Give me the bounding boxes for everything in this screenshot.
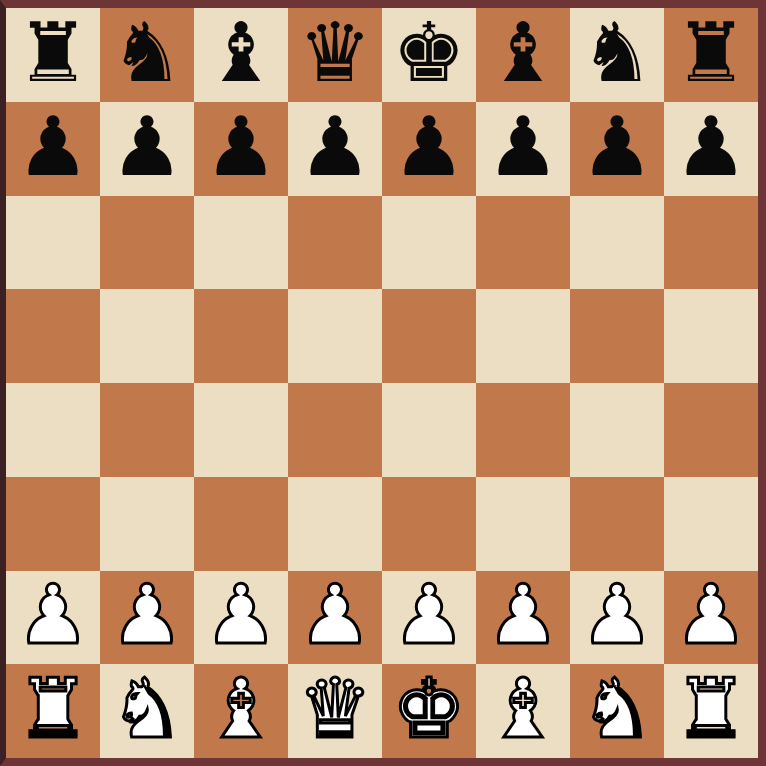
square-g6[interactable] xyxy=(570,196,664,290)
piece-black-rook[interactable]: ♜ xyxy=(674,12,748,94)
square-a1[interactable]: ♜ xyxy=(6,664,100,758)
square-f7[interactable]: ♟ xyxy=(476,102,570,196)
chess-board: ♜♞♝♛♚♝♞♜♟♟♟♟♟♟♟♟♟♟♟♟♟♟♟♟♜♞♝♛♚♝♞♜ xyxy=(6,8,758,758)
square-f6[interactable] xyxy=(476,196,570,290)
square-d2[interactable]: ♟ xyxy=(288,571,382,665)
square-a4[interactable] xyxy=(6,383,100,477)
square-e5[interactable] xyxy=(382,289,476,383)
square-f8[interactable]: ♝ xyxy=(476,8,570,102)
square-b5[interactable] xyxy=(100,289,194,383)
square-g7[interactable]: ♟ xyxy=(570,102,664,196)
square-h7[interactable]: ♟ xyxy=(664,102,758,196)
square-d1[interactable]: ♛ xyxy=(288,664,382,758)
square-f2[interactable]: ♟ xyxy=(476,571,570,665)
square-b1[interactable]: ♞ xyxy=(100,664,194,758)
piece-white-pawn[interactable]: ♟ xyxy=(16,574,90,656)
piece-white-bishop[interactable]: ♝ xyxy=(486,668,560,750)
square-f5[interactable] xyxy=(476,289,570,383)
square-c1[interactable]: ♝ xyxy=(194,664,288,758)
square-d4[interactable] xyxy=(288,383,382,477)
piece-black-pawn[interactable]: ♟ xyxy=(110,106,184,188)
square-e4[interactable] xyxy=(382,383,476,477)
piece-white-rook[interactable]: ♜ xyxy=(674,668,748,750)
square-f3[interactable] xyxy=(476,477,570,571)
square-c6[interactable] xyxy=(194,196,288,290)
square-a5[interactable] xyxy=(6,289,100,383)
piece-black-pawn[interactable]: ♟ xyxy=(580,106,654,188)
square-e2[interactable]: ♟ xyxy=(382,571,476,665)
piece-black-pawn[interactable]: ♟ xyxy=(204,106,278,188)
square-a7[interactable]: ♟ xyxy=(6,102,100,196)
square-b4[interactable] xyxy=(100,383,194,477)
square-b6[interactable] xyxy=(100,196,194,290)
square-e8[interactable]: ♚ xyxy=(382,8,476,102)
square-d5[interactable] xyxy=(288,289,382,383)
square-d6[interactable] xyxy=(288,196,382,290)
piece-black-queen[interactable]: ♛ xyxy=(298,12,372,94)
square-a8[interactable]: ♜ xyxy=(6,8,100,102)
square-d8[interactable]: ♛ xyxy=(288,8,382,102)
square-h4[interactable] xyxy=(664,383,758,477)
piece-white-knight[interactable]: ♞ xyxy=(110,668,184,750)
square-c5[interactable] xyxy=(194,289,288,383)
square-e3[interactable] xyxy=(382,477,476,571)
square-b7[interactable]: ♟ xyxy=(100,102,194,196)
piece-black-bishop[interactable]: ♝ xyxy=(204,12,278,94)
piece-white-pawn[interactable]: ♟ xyxy=(580,574,654,656)
square-d3[interactable] xyxy=(288,477,382,571)
square-h5[interactable] xyxy=(664,289,758,383)
piece-white-pawn[interactable]: ♟ xyxy=(204,574,278,656)
piece-black-knight[interactable]: ♞ xyxy=(580,12,654,94)
piece-white-rook[interactable]: ♜ xyxy=(16,668,90,750)
square-c4[interactable] xyxy=(194,383,288,477)
piece-white-pawn[interactable]: ♟ xyxy=(392,574,466,656)
square-f1[interactable]: ♝ xyxy=(476,664,570,758)
square-h2[interactable]: ♟ xyxy=(664,571,758,665)
square-g5[interactable] xyxy=(570,289,664,383)
piece-white-queen[interactable]: ♛ xyxy=(298,668,372,750)
piece-white-pawn[interactable]: ♟ xyxy=(674,574,748,656)
square-f4[interactable] xyxy=(476,383,570,477)
piece-white-pawn[interactable]: ♟ xyxy=(298,574,372,656)
piece-white-king[interactable]: ♚ xyxy=(392,668,466,750)
piece-white-bishop[interactable]: ♝ xyxy=(204,668,278,750)
square-e7[interactable]: ♟ xyxy=(382,102,476,196)
square-c2[interactable]: ♟ xyxy=(194,571,288,665)
square-h8[interactable]: ♜ xyxy=(664,8,758,102)
square-g4[interactable] xyxy=(570,383,664,477)
square-b2[interactable]: ♟ xyxy=(100,571,194,665)
square-g1[interactable]: ♞ xyxy=(570,664,664,758)
square-g3[interactable] xyxy=(570,477,664,571)
square-g2[interactable]: ♟ xyxy=(570,571,664,665)
piece-black-king[interactable]: ♚ xyxy=(392,12,466,94)
square-b8[interactable]: ♞ xyxy=(100,8,194,102)
square-h3[interactable] xyxy=(664,477,758,571)
square-c8[interactable]: ♝ xyxy=(194,8,288,102)
piece-black-pawn[interactable]: ♟ xyxy=(674,106,748,188)
piece-black-rook[interactable]: ♜ xyxy=(16,12,90,94)
square-a3[interactable] xyxy=(6,477,100,571)
piece-white-knight[interactable]: ♞ xyxy=(580,668,654,750)
piece-black-pawn[interactable]: ♟ xyxy=(486,106,560,188)
square-h6[interactable] xyxy=(664,196,758,290)
piece-black-pawn[interactable]: ♟ xyxy=(392,106,466,188)
square-c7[interactable]: ♟ xyxy=(194,102,288,196)
chess-board-frame: ♜♞♝♛♚♝♞♜♟♟♟♟♟♟♟♟♟♟♟♟♟♟♟♟♜♞♝♛♚♝♞♜ xyxy=(0,0,766,766)
square-g8[interactable]: ♞ xyxy=(570,8,664,102)
square-h1[interactable]: ♜ xyxy=(664,664,758,758)
piece-white-pawn[interactable]: ♟ xyxy=(486,574,560,656)
piece-black-bishop[interactable]: ♝ xyxy=(486,12,560,94)
square-c3[interactable] xyxy=(194,477,288,571)
square-d7[interactable]: ♟ xyxy=(288,102,382,196)
square-a6[interactable] xyxy=(6,196,100,290)
piece-black-pawn[interactable]: ♟ xyxy=(16,106,90,188)
square-e1[interactable]: ♚ xyxy=(382,664,476,758)
square-b3[interactable] xyxy=(100,477,194,571)
piece-black-knight[interactable]: ♞ xyxy=(110,12,184,94)
piece-white-pawn[interactable]: ♟ xyxy=(110,574,184,656)
square-e6[interactable] xyxy=(382,196,476,290)
piece-black-pawn[interactable]: ♟ xyxy=(298,106,372,188)
square-a2[interactable]: ♟ xyxy=(6,571,100,665)
